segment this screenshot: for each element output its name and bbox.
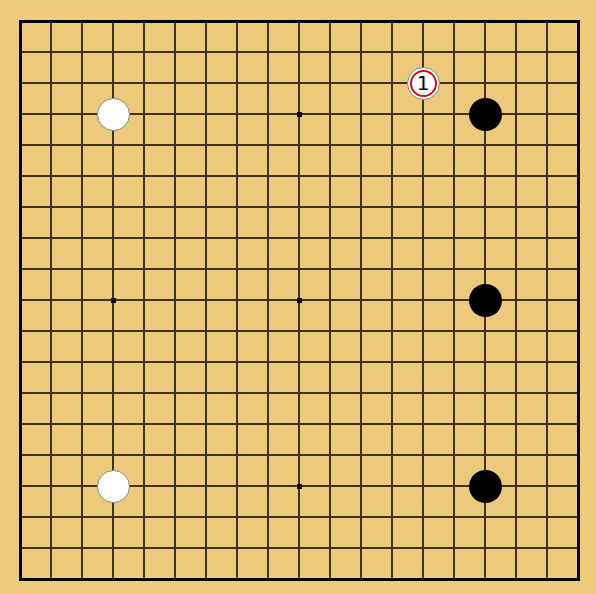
grid-line-horizontal [20,423,578,425]
star-point [297,112,302,117]
white-stone-O17-move-1[interactable]: 1 [407,67,440,100]
star-point [297,484,302,489]
white-stone-D4[interactable] [97,470,130,503]
black-stone-Q4[interactable] [469,470,502,503]
grid-line-horizontal [20,578,578,580]
star-point [111,298,116,303]
grid-line-horizontal [20,547,578,549]
grid-line-horizontal [20,361,578,363]
grid-line-vertical [360,21,362,579]
grid-line-vertical [577,21,579,579]
grid-line-horizontal [20,330,578,332]
black-stone-Q16[interactable] [469,98,502,131]
black-stone-Q10[interactable] [469,284,502,317]
move-number-label: 1 [417,73,430,93]
grid-line-vertical [546,21,548,579]
grid-line-vertical [453,21,455,579]
grid-line-horizontal [20,392,578,394]
star-point [297,298,302,303]
grid-line-vertical [422,21,424,579]
grid-line-vertical [515,21,517,579]
grid-line-horizontal [20,454,578,456]
grid-line-vertical [391,21,393,579]
white-stone-D16[interactable] [97,98,130,131]
grid-line-vertical [329,21,331,579]
grid-line-horizontal [20,516,578,518]
go-board[interactable]: 1 [0,0,596,594]
